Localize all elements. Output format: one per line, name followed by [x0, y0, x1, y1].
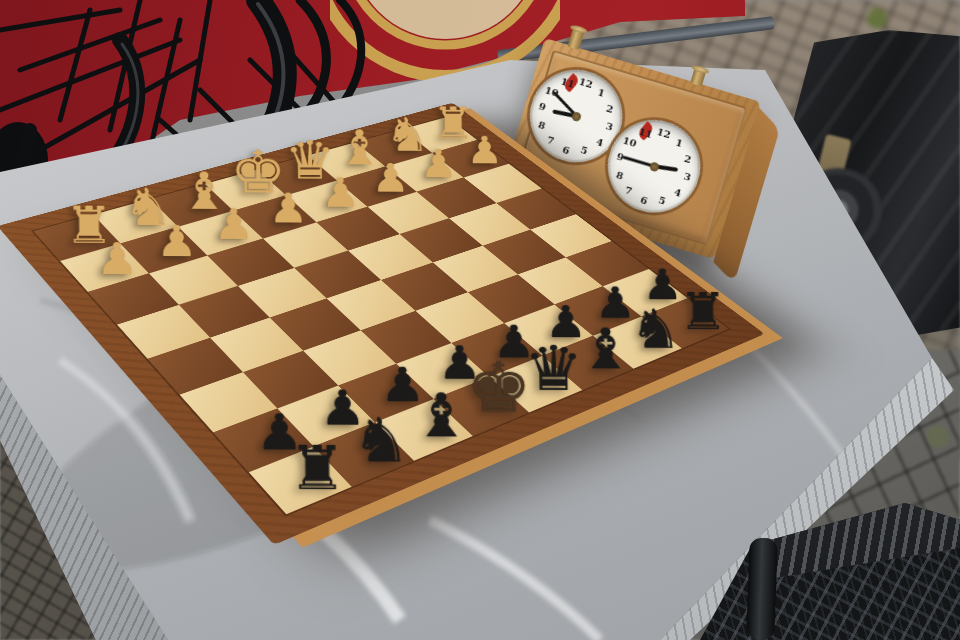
clock-center-cap-right [648, 161, 659, 172]
clock-numeral-8: 8 [537, 118, 547, 131]
clock-numeral-12: 12 [656, 125, 672, 140]
clock-numeral-7: 7 [624, 184, 634, 197]
stool-leg [746, 538, 778, 640]
clock-numeral-5: 5 [657, 194, 667, 207]
piece-black-rook-a8[interactable]: ♜ [278, 438, 356, 499]
clock-numeral-6: 6 [561, 143, 571, 156]
clock-numeral-10: 10 [544, 83, 560, 98]
clock-numeral-6: 6 [639, 194, 649, 207]
clock-numeral-9: 9 [538, 100, 548, 113]
clock-numeral-7: 7 [546, 134, 556, 147]
piece-white-pawn-d2[interactable]: ♟ [257, 188, 320, 229]
clock-numeral-9: 9 [616, 150, 626, 163]
clock-numeral-4: 4 [673, 185, 683, 198]
piece-white-pawn-c2[interactable]: ♟ [202, 203, 266, 245]
piece-white-pawn-b2[interactable]: ♟ [144, 220, 209, 263]
clock-numeral-3: 3 [605, 120, 615, 133]
outdoor-chess-scene: AMSTEL TRAD [0, 0, 960, 640]
clock-numeral-5: 5 [579, 144, 589, 157]
clock-numeral-2: 2 [605, 102, 615, 115]
clock-numeral-2: 2 [683, 152, 693, 165]
clock-numeral-1: 1 [597, 86, 607, 99]
piece-white-pawn-a2[interactable]: ♟ [84, 237, 151, 281]
clock-numeral-1: 1 [675, 136, 685, 149]
clock-numeral-3: 3 [683, 170, 693, 183]
clock-numeral-12: 12 [578, 75, 594, 90]
clock-numeral-4: 4 [595, 135, 605, 148]
clock-numeral-10: 10 [622, 134, 638, 149]
clock-numeral-8: 8 [615, 168, 625, 181]
